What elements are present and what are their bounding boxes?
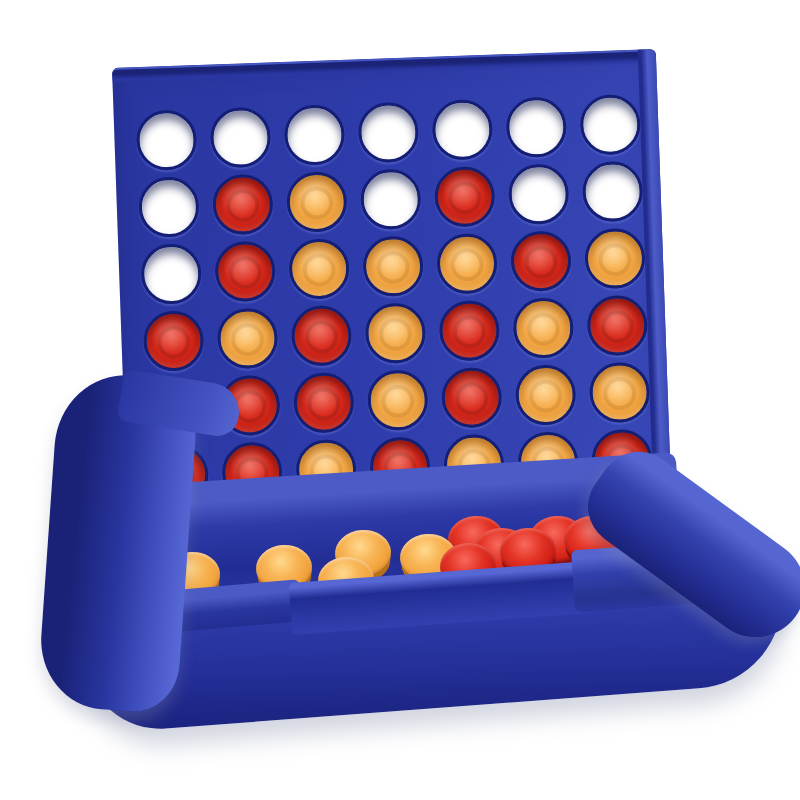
product-photo-connect-four <box>0 0 800 800</box>
